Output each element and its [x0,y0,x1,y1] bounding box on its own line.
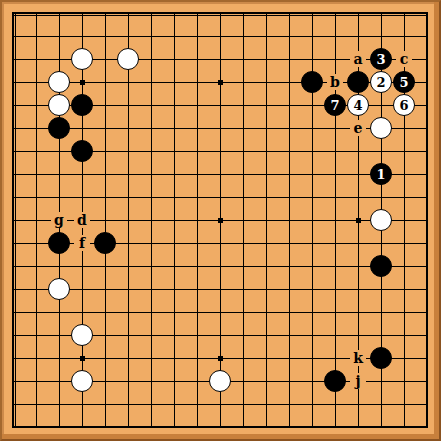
star-point [356,218,361,223]
star-point [218,356,223,361]
black-stone-move-7: 7 [324,94,346,116]
white-stone-move-4: 4 [347,94,369,116]
black-stone [370,255,392,277]
star-point [80,356,85,361]
white-stone [48,94,70,116]
point-label-f: f [74,235,90,251]
move-number: 6 [399,99,408,112]
point-label-j: j [350,373,366,389]
white-stone [71,370,93,392]
move-number: 7 [330,99,339,112]
point-label-e: e [350,120,366,136]
move-number: 1 [376,168,385,181]
white-stone [370,117,392,139]
black-stone [48,232,70,254]
white-stone [71,324,93,346]
white-stone [209,370,231,392]
point-label-b: b [327,74,343,90]
black-stone [48,117,70,139]
move-number: 5 [399,76,408,89]
black-stone [301,71,323,93]
white-stone [370,209,392,231]
point-label-d: d [74,212,90,228]
white-stone [117,48,139,70]
black-stone [324,370,346,392]
black-stone-move-3: 3 [370,48,392,70]
black-stone [71,140,93,162]
black-stone [71,94,93,116]
point-label-g: g [51,212,67,228]
black-stone [347,71,369,93]
point-label-c: c [396,51,412,67]
point-label-k: k [350,350,366,366]
move-number: 4 [353,99,362,112]
white-stone [71,48,93,70]
move-number: 3 [376,53,385,66]
black-stone [94,232,116,254]
white-stone [48,278,70,300]
star-point [218,80,223,85]
white-stone-move-6: 6 [393,94,415,116]
star-point [218,218,223,223]
white-stone [48,71,70,93]
black-stone-move-1: 1 [370,163,392,185]
black-stone-move-5: 5 [393,71,415,93]
move-number: 2 [376,76,385,89]
goban-frame: 2463571acbegdfkj [0,0,441,441]
point-label-a: a [350,51,366,67]
black-stone [370,347,392,369]
white-stone-move-2: 2 [370,71,392,93]
star-point [80,80,85,85]
